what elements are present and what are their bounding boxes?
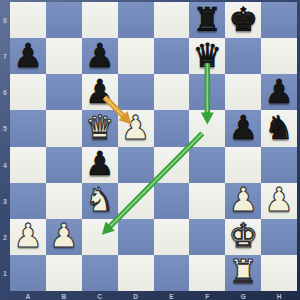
piece-black-pawn[interactable]: ♟ [264, 75, 294, 108]
square-a1[interactable] [10, 255, 46, 291]
square-c1[interactable] [82, 255, 118, 291]
square-b8[interactable] [46, 2, 82, 38]
square-f3[interactable] [189, 183, 225, 219]
piece-black-pawn[interactable]: ♟ [85, 39, 115, 72]
square-b5[interactable] [46, 110, 82, 146]
square-f4[interactable] [189, 147, 225, 183]
square-a2[interactable]: ♟ [10, 219, 46, 255]
square-b3[interactable] [46, 183, 82, 219]
rank-label-6: 6 [3, 89, 7, 96]
square-f8[interactable]: ♜ [189, 2, 225, 38]
square-a6[interactable] [10, 74, 46, 110]
square-g4[interactable] [225, 147, 261, 183]
piece-black-pawn[interactable]: ♟ [85, 75, 115, 108]
piece-white-knight[interactable]: ♞ [85, 183, 115, 216]
square-c5[interactable]: ♛ [82, 110, 118, 146]
square-h5[interactable]: ♞ [261, 110, 297, 146]
piece-white-queen[interactable]: ♛ [85, 111, 115, 144]
file-label-h: H [277, 292, 282, 299]
file-label-b: B [61, 292, 66, 299]
rank-label-7: 7 [3, 53, 7, 60]
square-g5[interactable]: ♟ [225, 110, 261, 146]
square-c2[interactable] [82, 219, 118, 255]
rank-label-5: 5 [3, 125, 7, 132]
square-f5[interactable] [189, 110, 225, 146]
square-d2[interactable] [118, 219, 154, 255]
square-e7[interactable] [154, 38, 190, 74]
square-g3[interactable]: ♟ [225, 183, 261, 219]
square-e6[interactable] [154, 74, 190, 110]
square-c4[interactable]: ♟ [82, 147, 118, 183]
piece-black-pawn[interactable]: ♟ [85, 147, 115, 180]
piece-white-pawn[interactable]: ♟ [228, 183, 258, 216]
square-g2[interactable]: ♚ [225, 219, 261, 255]
square-h6[interactable]: ♟ [261, 74, 297, 110]
square-e4[interactable] [154, 147, 190, 183]
square-b6[interactable] [46, 74, 82, 110]
square-b4[interactable] [46, 147, 82, 183]
square-e3[interactable] [154, 183, 190, 219]
square-f2[interactable] [189, 219, 225, 255]
square-c8[interactable] [82, 2, 118, 38]
piece-black-king[interactable]: ♚ [228, 3, 258, 36]
square-b7[interactable] [46, 38, 82, 74]
file-label-f: F [205, 292, 209, 299]
square-a7[interactable]: ♟ [10, 38, 46, 74]
piece-black-pawn[interactable]: ♟ [13, 39, 43, 72]
square-h3[interactable]: ♟ [261, 183, 297, 219]
piece-black-queen[interactable]: ♛ [193, 39, 223, 72]
square-g1[interactable]: ♜ [225, 255, 261, 291]
square-e5[interactable] [154, 110, 190, 146]
rank-label-8: 8 [3, 17, 7, 24]
piece-black-rook[interactable]: ♜ [193, 3, 223, 36]
rank-label-1: 1 [3, 269, 7, 276]
rank-label-3: 3 [3, 197, 7, 204]
square-d3[interactable] [118, 183, 154, 219]
square-c3[interactable]: ♞ [82, 183, 118, 219]
square-h1[interactable] [261, 255, 297, 291]
square-b2[interactable]: ♟ [46, 219, 82, 255]
square-h7[interactable] [261, 38, 297, 74]
square-c7[interactable]: ♟ [82, 38, 118, 74]
square-g7[interactable] [225, 38, 261, 74]
square-e8[interactable] [154, 2, 190, 38]
square-e1[interactable] [154, 255, 190, 291]
square-d7[interactable] [118, 38, 154, 74]
square-d4[interactable] [118, 147, 154, 183]
square-a3[interactable] [10, 183, 46, 219]
square-f1[interactable] [189, 255, 225, 291]
file-label-c: C [97, 292, 102, 299]
square-b1[interactable] [46, 255, 82, 291]
piece-black-pawn[interactable]: ♟ [228, 111, 258, 144]
square-d6[interactable] [118, 74, 154, 110]
file-label-d: D [133, 292, 138, 299]
piece-black-knight[interactable]: ♞ [264, 111, 294, 144]
chess-board-frame: ♜♚♟♟♛♟♟♛♟♟♞♟♞♟♟♟♟♚♜ 87654321ABCDEFGH [0, 0, 300, 300]
square-g6[interactable] [225, 74, 261, 110]
square-a4[interactable] [10, 147, 46, 183]
square-g8[interactable]: ♚ [225, 2, 261, 38]
piece-white-pawn[interactable]: ♟ [49, 219, 79, 252]
rank-label-4: 4 [3, 161, 7, 168]
piece-white-pawn[interactable]: ♟ [13, 219, 43, 252]
file-label-e: E [169, 292, 173, 299]
square-h8[interactable] [261, 2, 297, 38]
file-label-g: G [241, 292, 246, 299]
square-e2[interactable] [154, 219, 190, 255]
rank-label-2: 2 [3, 233, 7, 240]
square-a8[interactable] [10, 2, 46, 38]
square-d5[interactable]: ♟ [118, 110, 154, 146]
chess-board: ♜♚♟♟♛♟♟♛♟♟♞♟♞♟♟♟♟♚♜ [10, 2, 297, 291]
piece-white-king[interactable]: ♚ [228, 219, 258, 252]
square-f6[interactable] [189, 74, 225, 110]
square-c6[interactable]: ♟ [82, 74, 118, 110]
square-f7[interactable]: ♛ [189, 38, 225, 74]
square-h2[interactable] [261, 219, 297, 255]
piece-white-rook[interactable]: ♜ [228, 255, 258, 288]
square-d8[interactable] [118, 2, 154, 38]
square-h4[interactable] [261, 147, 297, 183]
piece-white-pawn[interactable]: ♟ [121, 111, 151, 144]
square-a5[interactable] [10, 110, 46, 146]
file-label-a: A [26, 292, 31, 299]
square-d1[interactable] [118, 255, 154, 291]
piece-white-pawn[interactable]: ♟ [264, 183, 294, 216]
